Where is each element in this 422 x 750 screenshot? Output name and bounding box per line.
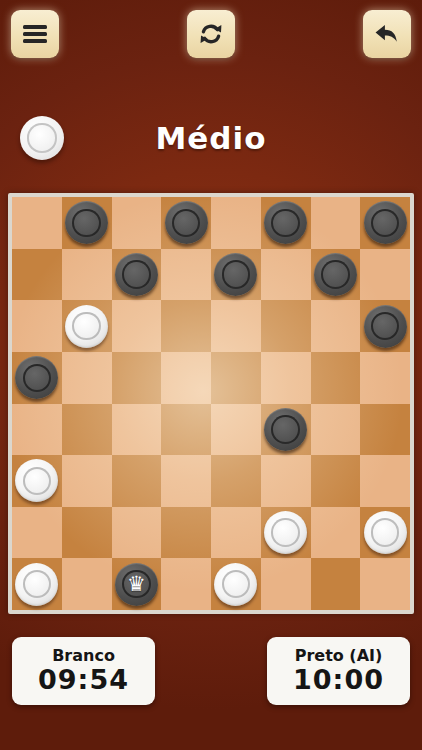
- app-screen: Médio ♛ Branco 09:54 Preto (AI) 10:00: [0, 0, 422, 750]
- black-player-label: Preto (AI): [295, 647, 383, 665]
- board-cell[interactable]: [211, 558, 261, 610]
- board-cell: [62, 352, 112, 404]
- board-cell[interactable]: [12, 352, 62, 404]
- board-cell: [311, 404, 361, 456]
- checker-ring: [122, 260, 150, 288]
- board-cell: [261, 249, 311, 301]
- black-checker[interactable]: [165, 201, 208, 244]
- board-cell: [112, 300, 162, 352]
- king-crown-icon: ♛: [127, 574, 146, 595]
- white-checker[interactable]: [15, 459, 58, 502]
- board: ♛: [12, 197, 410, 610]
- refresh-icon: [198, 21, 224, 47]
- board-cell: [161, 249, 211, 301]
- black-checker-king[interactable]: ♛: [115, 563, 158, 606]
- black-checker[interactable]: [264, 201, 307, 244]
- black-clock-time: 10:00: [293, 665, 384, 695]
- board-cell: [112, 404, 162, 456]
- checker-ring: [321, 260, 349, 288]
- board-cell[interactable]: [112, 249, 162, 301]
- board-cell[interactable]: [311, 558, 361, 610]
- board-cell: [360, 249, 410, 301]
- white-checker[interactable]: [264, 511, 307, 554]
- board-cell[interactable]: [161, 404, 211, 456]
- board-cell[interactable]: [211, 352, 261, 404]
- board-cell: [211, 300, 261, 352]
- black-checker[interactable]: [214, 253, 257, 296]
- menu-button[interactable]: [11, 10, 59, 58]
- board-cell: [112, 507, 162, 559]
- board-cell: [360, 352, 410, 404]
- board-cell[interactable]: [360, 300, 410, 352]
- board-cell: [211, 197, 261, 249]
- board-cell: [261, 352, 311, 404]
- white-checker[interactable]: [364, 511, 407, 554]
- checker-ring: [371, 209, 399, 237]
- white-clock-time: 09:54: [38, 665, 129, 695]
- board-cell: [161, 352, 211, 404]
- black-checker[interactable]: [65, 201, 108, 244]
- board-cell[interactable]: [261, 300, 311, 352]
- undo-arrow-icon: [373, 21, 401, 47]
- board-cell[interactable]: [12, 455, 62, 507]
- board-cell[interactable]: [360, 197, 410, 249]
- board-cell: [311, 507, 361, 559]
- black-checker[interactable]: [115, 253, 158, 296]
- white-checker[interactable]: [65, 305, 108, 348]
- checker-ring: [222, 570, 250, 598]
- undo-button[interactable]: [363, 10, 411, 58]
- board-cell: [161, 558, 211, 610]
- board-cell[interactable]: [261, 197, 311, 249]
- board-cell[interactable]: [261, 404, 311, 456]
- board-cell: [12, 197, 62, 249]
- board-cell: [360, 455, 410, 507]
- board-cell: [311, 197, 361, 249]
- black-checker[interactable]: [264, 408, 307, 451]
- board-cell: [161, 455, 211, 507]
- board-cell[interactable]: [311, 455, 361, 507]
- board-cell[interactable]: ♛: [112, 558, 162, 610]
- checker-ring: [271, 209, 299, 237]
- checker-ring: [72, 312, 100, 340]
- checker-ring: ♛: [122, 570, 150, 598]
- restart-button[interactable]: [187, 10, 235, 58]
- board-cell: [62, 558, 112, 610]
- board-cell: [311, 300, 361, 352]
- board-cell[interactable]: [161, 300, 211, 352]
- board-cell[interactable]: [161, 197, 211, 249]
- board-cell: [12, 404, 62, 456]
- board-cell[interactable]: [62, 197, 112, 249]
- checker-ring: [371, 312, 399, 340]
- white-checker[interactable]: [214, 563, 257, 606]
- board-cell: [12, 507, 62, 559]
- board-cell: [211, 507, 261, 559]
- board-cell[interactable]: [211, 455, 261, 507]
- board-cell[interactable]: [211, 249, 261, 301]
- checker-ring: [371, 518, 399, 546]
- board-cell: [211, 404, 261, 456]
- checker-ring: [271, 518, 299, 546]
- board-cell[interactable]: [261, 507, 311, 559]
- hamburger-icon: [22, 23, 48, 45]
- board-cell: [12, 300, 62, 352]
- checker-ring: [271, 415, 299, 443]
- board-cell: [62, 455, 112, 507]
- checker-ring: [23, 570, 51, 598]
- board-cell: [62, 249, 112, 301]
- board-cell[interactable]: [311, 352, 361, 404]
- checker-ring: [23, 364, 51, 392]
- board-cell[interactable]: [12, 558, 62, 610]
- white-clock-panel: Branco 09:54: [12, 637, 155, 705]
- board-cell[interactable]: [112, 352, 162, 404]
- board-cell[interactable]: [62, 300, 112, 352]
- page-title: Médio: [0, 120, 422, 156]
- checker-ring: [172, 209, 200, 237]
- black-checker[interactable]: [364, 201, 407, 244]
- board-cell[interactable]: [112, 455, 162, 507]
- board-frame: ♛: [8, 193, 414, 614]
- black-clock-panel: Preto (AI) 10:00: [267, 637, 410, 705]
- white-checker[interactable]: [15, 563, 58, 606]
- checker-ring: [222, 260, 250, 288]
- board-cell: [360, 558, 410, 610]
- board-cell[interactable]: [360, 404, 410, 456]
- board-cell[interactable]: [311, 249, 361, 301]
- board-cell[interactable]: [12, 249, 62, 301]
- black-checker[interactable]: [364, 305, 407, 348]
- board-cell: [261, 455, 311, 507]
- board-cell: [261, 558, 311, 610]
- board-cell[interactable]: [62, 404, 112, 456]
- board-cell[interactable]: [62, 507, 112, 559]
- board-cell: [112, 197, 162, 249]
- board-cell[interactable]: [161, 507, 211, 559]
- board-cell[interactable]: [360, 507, 410, 559]
- black-checker[interactable]: [314, 253, 357, 296]
- checker-ring: [23, 467, 51, 495]
- checker-ring: [72, 209, 100, 237]
- black-checker[interactable]: [15, 356, 58, 399]
- white-player-label: Branco: [52, 647, 115, 665]
